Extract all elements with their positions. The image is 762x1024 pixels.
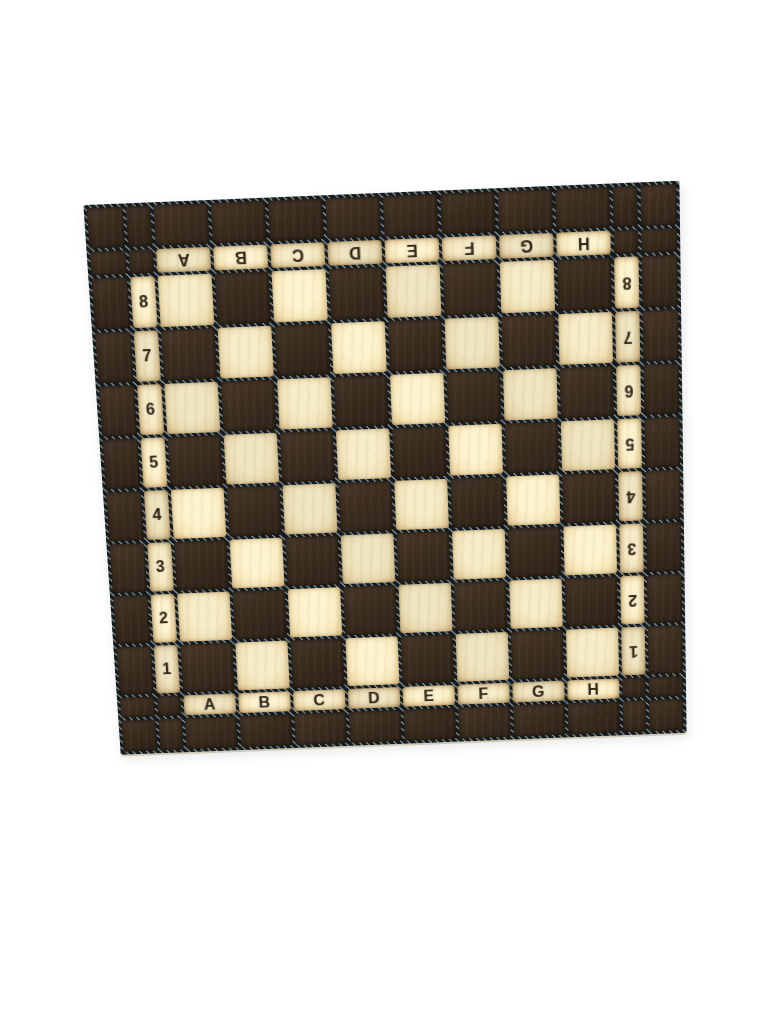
square-h4[interactable]: [562, 472, 616, 523]
square-c5[interactable]: [280, 430, 335, 482]
square-b4[interactable]: [227, 485, 282, 536]
border-tile: [643, 363, 679, 415]
square-c3[interactable]: [285, 535, 340, 586]
coordinate-text: 5: [617, 418, 642, 469]
coordinate-text: G: [499, 233, 554, 259]
border-tile: [106, 491, 144, 542]
coordinate-text: G: [512, 681, 564, 703]
file-label-top-b: B: [213, 245, 268, 271]
border-tile: [613, 229, 638, 254]
coordinate-text: 7: [615, 311, 640, 363]
file-label-top-f: F: [442, 235, 497, 261]
border-tile: [211, 201, 267, 244]
square-a2[interactable]: [177, 592, 232, 642]
rank-label-left-8: 8: [130, 276, 158, 328]
square-b8[interactable]: [215, 271, 272, 324]
square-g4[interactable]: [506, 474, 560, 525]
rank-label-left-1: 1: [154, 645, 181, 694]
photo-background: ABCDEFGH8877665544332211ABCDEFGH: [0, 0, 762, 1024]
border-tile: [109, 543, 147, 593]
square-b2[interactable]: [232, 589, 287, 639]
square-d2[interactable]: [343, 585, 397, 635]
coordinate-text: 8: [130, 276, 158, 328]
border-tile: [116, 646, 153, 695]
border-tile: [613, 186, 638, 228]
border-tile: [623, 700, 647, 732]
square-c6[interactable]: [277, 377, 333, 429]
border-tile: [157, 696, 182, 717]
square-h3[interactable]: [563, 524, 617, 575]
square-d8[interactable]: [329, 267, 385, 320]
square-a7[interactable]: [161, 328, 218, 381]
coordinate-text: H: [556, 231, 611, 257]
square-g5[interactable]: [505, 421, 559, 473]
square-b1[interactable]: [235, 641, 290, 691]
border-tile: [646, 522, 682, 572]
rank-label-right-5: 5: [617, 418, 642, 469]
border-tile: [458, 705, 511, 738]
border-tile: [642, 309, 678, 361]
border-tile: [645, 469, 681, 520]
file-label-top-a: A: [156, 247, 211, 273]
rank-label-left-3: 3: [147, 542, 174, 592]
square-h6[interactable]: [560, 366, 615, 419]
square-d3[interactable]: [341, 533, 396, 584]
border-tile: [642, 255, 678, 308]
square-h1[interactable]: [566, 628, 619, 678]
coordinate-text: 6: [137, 384, 164, 435]
square-h2[interactable]: [565, 576, 618, 626]
square-e1[interactable]: [400, 634, 454, 684]
square-b7[interactable]: [218, 326, 274, 379]
border-tile: [568, 701, 620, 734]
border-tile: [649, 676, 684, 697]
coordinate-text: H: [567, 678, 619, 700]
square-e2[interactable]: [398, 583, 452, 633]
square-d7[interactable]: [331, 321, 387, 374]
square-g1[interactable]: [511, 630, 564, 680]
square-f6[interactable]: [446, 370, 501, 422]
square-d4[interactable]: [338, 481, 393, 532]
square-c8[interactable]: [272, 269, 328, 322]
square-d6[interactable]: [333, 375, 388, 427]
file-label-bottom-e: E: [403, 685, 456, 707]
square-h7[interactable]: [558, 312, 613, 365]
border-tile: [268, 198, 324, 241]
square-e3[interactable]: [396, 531, 450, 582]
file-label-bottom-d: D: [348, 687, 401, 709]
border-tile: [294, 712, 347, 745]
coordinate-text: 3: [619, 523, 644, 573]
file-label-bottom-b: B: [238, 691, 291, 713]
rank-label-left-6: 6: [137, 384, 164, 435]
file-label-bottom-f: F: [457, 683, 510, 705]
square-d5[interactable]: [336, 428, 391, 480]
border-tile: [349, 710, 402, 743]
file-label-bottom-h: H: [567, 678, 619, 700]
rank-label-right-6: 6: [616, 365, 641, 416]
rank-label-right-1: 1: [621, 627, 645, 676]
coordinate-text: F: [442, 235, 497, 261]
border-tile: [126, 206, 153, 248]
border-tile: [648, 625, 683, 674]
coordinate-text: C: [270, 242, 325, 268]
square-e7[interactable]: [388, 319, 444, 372]
border-tile: [640, 184, 677, 226]
border-tile: [99, 385, 137, 437]
square-a1[interactable]: [180, 643, 235, 693]
square-c2[interactable]: [288, 587, 343, 637]
coordinate-text: E: [384, 238, 439, 264]
square-f8[interactable]: [443, 262, 499, 316]
rank-label-right-3: 3: [619, 523, 644, 573]
square-f7[interactable]: [445, 317, 500, 370]
border-tile: [641, 228, 677, 253]
border-tile: [128, 249, 154, 274]
square-b5[interactable]: [224, 433, 280, 485]
border-tile: [87, 207, 125, 249]
border-tile: [91, 277, 130, 330]
square-b6[interactable]: [221, 379, 277, 431]
border-tile: [113, 595, 151, 645]
square-f3[interactable]: [452, 529, 506, 580]
coordinate-text: 3: [147, 542, 174, 592]
square-g8[interactable]: [500, 260, 555, 314]
border-tile: [185, 716, 238, 749]
coordinate-text: A: [156, 247, 211, 273]
chessboard: ABCDEFGH8877665544332211ABCDEFGH: [83, 181, 686, 755]
border-tile: [121, 719, 157, 751]
square-e6[interactable]: [390, 373, 445, 425]
coordinate-text: 4: [144, 490, 171, 540]
coordinate-text: C: [293, 689, 346, 711]
border-tile: [622, 677, 646, 698]
border-tile: [102, 438, 140, 489]
file-label-bottom-g: G: [512, 681, 564, 703]
border-tile: [498, 189, 553, 232]
coordinate-text: D: [327, 240, 382, 266]
coordinate-text: E: [403, 685, 456, 707]
square-f2[interactable]: [454, 581, 508, 631]
rank-label-left-7: 7: [134, 330, 161, 382]
square-f5[interactable]: [448, 424, 503, 476]
border-tile: [513, 703, 566, 736]
square-c1[interactable]: [290, 638, 344, 688]
square-c7[interactable]: [274, 323, 330, 376]
coordinate-text: B: [213, 245, 268, 271]
rank-label-left-4: 4: [144, 490, 171, 540]
square-e8[interactable]: [386, 264, 442, 318]
file-label-bottom-c: C: [293, 689, 346, 711]
border-tile: [325, 196, 381, 239]
border-tile: [649, 699, 684, 732]
border-tile: [403, 708, 456, 741]
border-tile: [383, 194, 439, 237]
file-label-top-h: H: [556, 231, 611, 257]
coordinate-text: F: [457, 683, 510, 705]
file-label-top-d: D: [327, 240, 382, 266]
square-a4[interactable]: [171, 488, 227, 539]
rank-label-right-7: 7: [615, 311, 640, 363]
file-label-top-c: C: [270, 242, 325, 268]
coordinate-text: 8: [614, 256, 639, 308]
border-tile: [158, 718, 183, 750]
square-f1[interactable]: [456, 632, 510, 682]
file-label-top-g: G: [499, 233, 554, 259]
square-b3[interactable]: [229, 538, 284, 589]
coordinate-text: B: [238, 691, 291, 713]
square-g2[interactable]: [509, 578, 563, 628]
square-f4[interactable]: [450, 477, 504, 528]
border-tile: [440, 191, 496, 234]
square-a8[interactable]: [158, 274, 215, 327]
square-e4[interactable]: [394, 479, 449, 530]
rank-label-left-5: 5: [140, 437, 167, 488]
square-e5[interactable]: [392, 426, 447, 478]
coordinate-text: 4: [618, 471, 643, 521]
border-tile: [647, 574, 682, 624]
square-h5[interactable]: [561, 419, 615, 471]
rank-label-right-2: 2: [620, 575, 645, 624]
coordinate-text: 2: [620, 575, 645, 624]
border-tile: [239, 714, 292, 747]
border-tile: [120, 697, 155, 718]
coordinate-text: 2: [150, 594, 177, 643]
square-d1[interactable]: [345, 636, 399, 686]
square-g3[interactable]: [508, 527, 562, 578]
coordinate-text: 7: [134, 330, 161, 382]
square-c4[interactable]: [282, 483, 337, 534]
coordinate-text: A: [183, 693, 236, 715]
border-tile: [555, 187, 610, 230]
coordinate-text: D: [348, 687, 401, 709]
border-tile: [153, 203, 210, 246]
square-a5[interactable]: [167, 435, 223, 487]
square-g6[interactable]: [503, 368, 558, 420]
file-label-bottom-a: A: [183, 693, 236, 715]
coordinate-text: 6: [616, 365, 641, 416]
square-g7[interactable]: [501, 314, 556, 367]
coordinate-text: 1: [154, 645, 181, 694]
coordinate-text: 1: [621, 627, 645, 676]
square-a3[interactable]: [174, 540, 229, 591]
square-a6[interactable]: [164, 382, 220, 434]
coordinate-text: 5: [140, 437, 167, 488]
file-label-top-e: E: [384, 238, 439, 264]
border-tile: [90, 250, 127, 275]
rank-label-right-8: 8: [614, 256, 639, 308]
border-tile: [644, 417, 680, 468]
rank-label-left-2: 2: [150, 594, 177, 643]
border-tile: [95, 331, 134, 383]
square-h8[interactable]: [557, 257, 612, 311]
rank-label-right-4: 4: [618, 471, 643, 521]
